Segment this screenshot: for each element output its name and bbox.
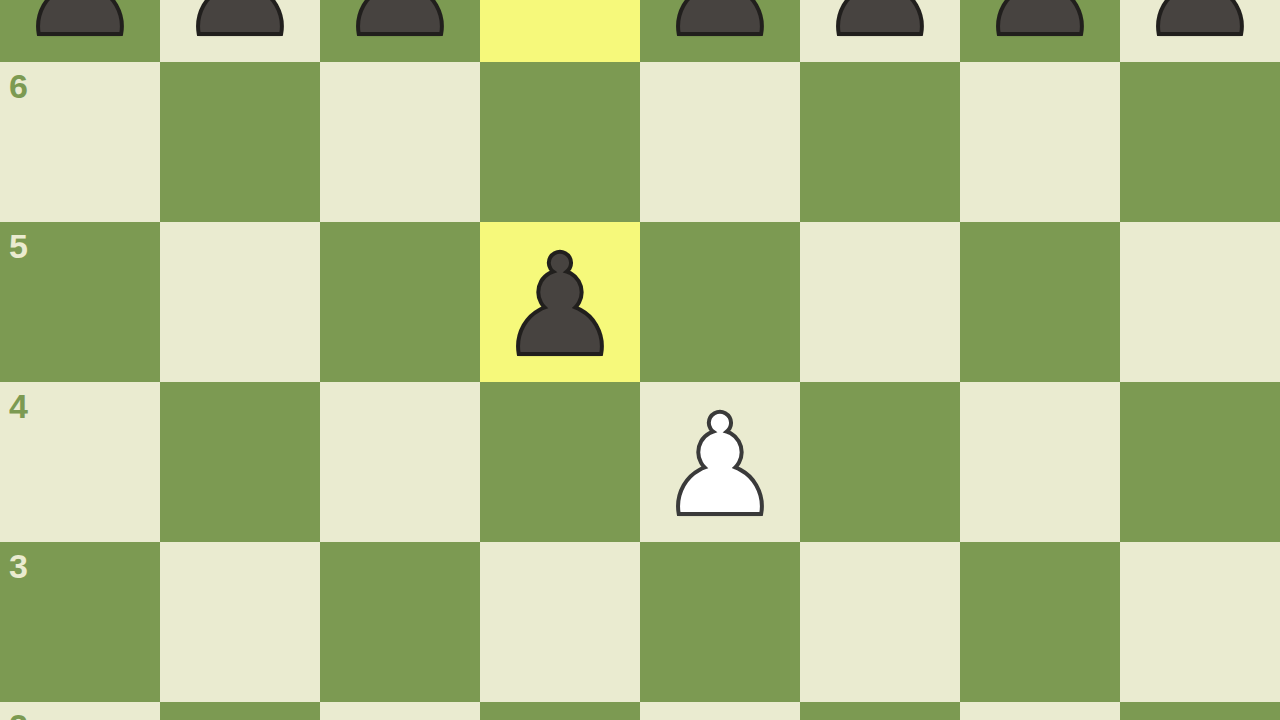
square-a3[interactable]: 3: [0, 542, 160, 702]
rank-label-3: 3: [9, 549, 28, 583]
square-b3[interactable]: [160, 542, 320, 702]
square-e7[interactable]: ♟: [640, 0, 800, 62]
square-c7[interactable]: ♟: [320, 0, 480, 62]
square-b7[interactable]: ♟: [160, 0, 320, 62]
square-f6[interactable]: [800, 62, 960, 222]
square-c2[interactable]: [320, 702, 480, 720]
square-f5[interactable]: [800, 222, 960, 382]
square-g6[interactable]: [960, 62, 1120, 222]
square-c4[interactable]: [320, 382, 480, 542]
square-a6[interactable]: 6: [0, 62, 160, 222]
square-d2[interactable]: [480, 702, 640, 720]
square-h2[interactable]: [1120, 702, 1280, 720]
rank-label-5: 5: [9, 229, 28, 263]
board-viewport: ♟♟♟♟♟♟♟65♟4♟32: [0, 0, 1280, 720]
rank-label-6: 6: [9, 69, 28, 103]
square-c3[interactable]: [320, 542, 480, 702]
black-pawn[interactable]: ♟: [320, 0, 480, 62]
square-g7[interactable]: ♟: [960, 0, 1120, 62]
square-h7[interactable]: ♟: [1120, 0, 1280, 62]
chess-board: ♟♟♟♟♟♟♟65♟4♟32: [0, 0, 1280, 720]
square-g4[interactable]: [960, 382, 1120, 542]
square-e2[interactable]: [640, 702, 800, 720]
black-pawn[interactable]: ♟: [480, 222, 640, 382]
square-d5[interactable]: ♟: [480, 222, 640, 382]
square-d7[interactable]: [480, 0, 640, 62]
square-a2[interactable]: 2: [0, 702, 160, 720]
black-pawn[interactable]: ♟: [960, 0, 1120, 62]
square-h6[interactable]: [1120, 62, 1280, 222]
square-d4[interactable]: [480, 382, 640, 542]
black-pawn[interactable]: ♟: [0, 0, 160, 62]
square-g2[interactable]: [960, 702, 1120, 720]
square-h3[interactable]: [1120, 542, 1280, 702]
square-b6[interactable]: [160, 62, 320, 222]
square-h5[interactable]: [1120, 222, 1280, 382]
square-f4[interactable]: [800, 382, 960, 542]
rank-label-2: 2: [9, 709, 28, 720]
white-pawn[interactable]: ♟: [640, 382, 800, 542]
black-pawn[interactable]: ♟: [160, 0, 320, 62]
square-a7[interactable]: ♟: [0, 0, 160, 62]
square-b4[interactable]: [160, 382, 320, 542]
square-a5[interactable]: 5: [0, 222, 160, 382]
square-g3[interactable]: [960, 542, 1120, 702]
rank-label-4: 4: [9, 389, 28, 423]
square-b2[interactable]: [160, 702, 320, 720]
square-h4[interactable]: [1120, 382, 1280, 542]
square-c5[interactable]: [320, 222, 480, 382]
black-pawn[interactable]: ♟: [1120, 0, 1280, 62]
square-b5[interactable]: [160, 222, 320, 382]
square-a4[interactable]: 4: [0, 382, 160, 542]
square-e3[interactable]: [640, 542, 800, 702]
square-f2[interactable]: [800, 702, 960, 720]
square-d3[interactable]: [480, 542, 640, 702]
square-f7[interactable]: ♟: [800, 0, 960, 62]
square-e6[interactable]: [640, 62, 800, 222]
square-e4[interactable]: ♟: [640, 382, 800, 542]
square-c6[interactable]: [320, 62, 480, 222]
square-d6[interactable]: [480, 62, 640, 222]
black-pawn[interactable]: ♟: [640, 0, 800, 62]
square-g5[interactable]: [960, 222, 1120, 382]
square-e5[interactable]: [640, 222, 800, 382]
black-pawn[interactable]: ♟: [800, 0, 960, 62]
square-f3[interactable]: [800, 542, 960, 702]
